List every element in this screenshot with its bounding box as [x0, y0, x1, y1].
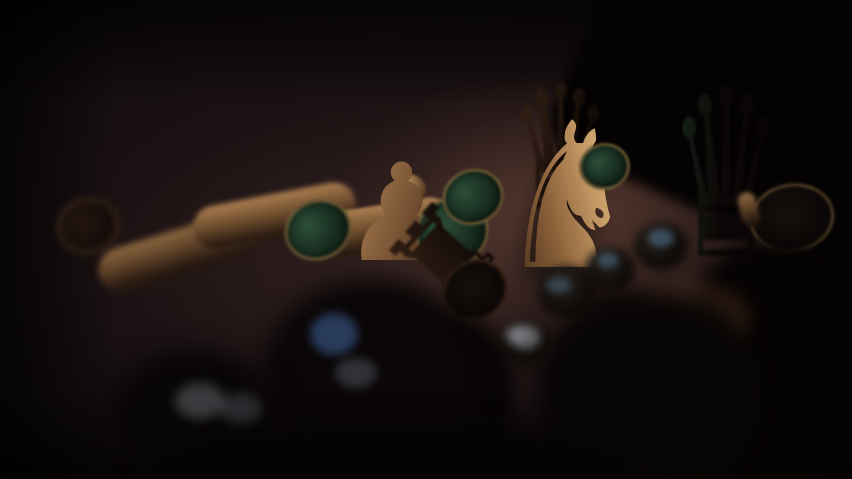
dark-knob: [538, 266, 596, 318]
glint: [648, 229, 674, 247]
glint: [597, 252, 619, 268]
glint: [310, 313, 358, 355]
glint: [175, 383, 225, 419]
glint: [504, 327, 526, 342]
photo-scene: ♟♜♛♞♛: [0, 0, 852, 479]
glint: [220, 393, 262, 425]
glint: [335, 358, 377, 388]
glint: [546, 277, 571, 294]
